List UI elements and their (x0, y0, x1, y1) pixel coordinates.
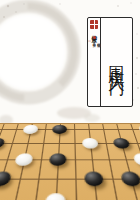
book-title: 围棋入门 (101, 18, 132, 106)
black-stone (120, 172, 140, 187)
publisher-logo-icon: © (88, 41, 91, 45)
go-board-plane (0, 123, 140, 200)
black-stone (52, 125, 67, 134)
white-stone (132, 153, 140, 165)
red-seal-icon (90, 20, 98, 29)
title-side-column: 修订本 © 上海文化出版社 棋牌编辑室编 (88, 18, 101, 106)
black-stone (0, 172, 12, 187)
white-stone (22, 125, 38, 134)
title-box: 修订本 © 上海文化出版社 棋牌编辑室编 围棋入门 (87, 17, 133, 107)
white-stone (138, 125, 140, 134)
white-stone (44, 193, 65, 200)
book-title-text: 围棋入门 (109, 54, 125, 70)
white-stone (82, 138, 99, 149)
book-cover: 修订本 © 上海文化出版社 棋牌编辑室编 围棋入门 (0, 0, 140, 200)
edition-label: 修订本 (91, 31, 97, 34)
black-stone (112, 138, 130, 149)
black-stone (49, 153, 67, 165)
black-stone (84, 172, 104, 187)
go-board-photo (0, 118, 140, 200)
black-stone (0, 138, 6, 149)
red-flower-icon (93, 36, 96, 39)
white-stone (14, 153, 34, 165)
publisher-block: © 上海文化出版社 棋牌编辑室编 (88, 41, 99, 45)
